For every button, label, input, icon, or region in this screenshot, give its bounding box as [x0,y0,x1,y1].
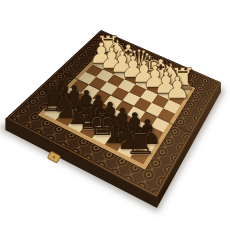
chess-set-photo: ♜♞♝♛♚♝♞♜♟♟♟♟♟♟♟♟♟♟♟♟♟♟♟♟♜♞♝♛♚♝♞♜ [0,0,230,230]
